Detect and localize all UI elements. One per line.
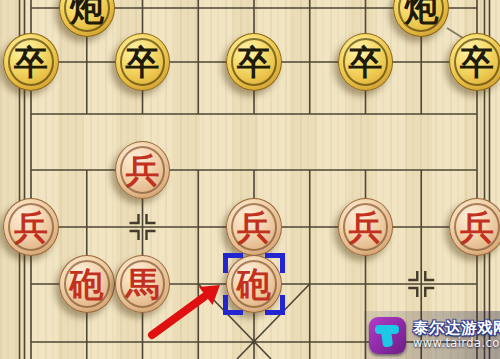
red-soldier[interactable]: 兵 [3,198,59,256]
board-point: 兵 [3,200,59,254]
red-soldier[interactable]: 兵 [449,198,500,256]
selection-brackets [223,253,285,315]
board-point: 炮 [59,0,115,36]
black-soldier[interactable]: 卒 [3,33,59,91]
board-point: 炮 [393,0,449,36]
watermark-badge: 泰尔达游戏网 www.tairda.com [364,311,500,359]
xiangqi-board-screenshot: 炮炮卒卒卒卒卒兵兵兵兵兵砲馬砲 泰尔达游戏网 www.tairda.com [0,0,500,359]
black-cannon[interactable]: 炮 [59,0,115,37]
board-point: 卒 [449,36,500,88]
red-soldier[interactable]: 兵 [115,141,171,199]
board-grid[interactable]: 炮炮卒卒卒卒卒兵兵兵兵兵砲馬砲 [3,0,500,359]
board-point: 兵 [449,200,500,254]
board-point: 砲 [59,254,115,314]
board-point: 馬 [115,254,171,314]
board-point: 卒 [338,36,394,88]
black-soldier[interactable]: 卒 [226,33,282,91]
board-point: 兵 [226,200,282,254]
watermark-site-name: 泰尔达游戏网 [413,320,500,337]
board-point: 卒 [115,36,171,88]
black-soldier[interactable]: 卒 [449,33,500,91]
black-soldier[interactable]: 卒 [115,33,171,91]
black-soldier[interactable]: 卒 [338,33,394,91]
board-point: 兵 [115,140,171,200]
black-cannon[interactable]: 炮 [393,0,449,37]
watermark-url: www.tairda.com [413,337,500,350]
tairda-logo-icon [369,317,406,354]
board-point: 卒 [226,36,282,88]
board-point: 卒 [3,36,59,88]
red-horse[interactable]: 馬 [115,255,171,313]
red-soldier[interactable]: 兵 [226,198,282,256]
red-soldier[interactable]: 兵 [338,198,394,256]
red-cannon[interactable]: 砲 [59,255,115,313]
board-point: 砲 [226,254,282,314]
board-point: 兵 [338,200,394,254]
